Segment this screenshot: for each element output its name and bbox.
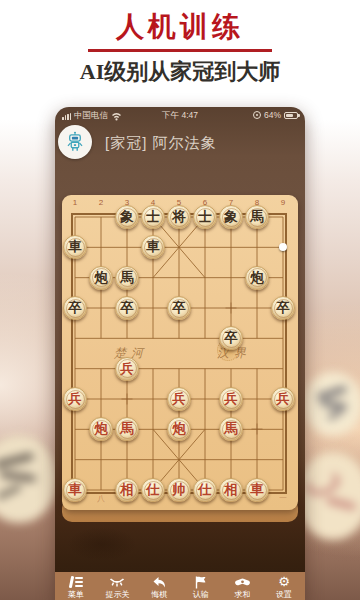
- piece-black[interactable]: 象: [219, 205, 243, 229]
- piece-red[interactable]: 帅: [167, 478, 191, 502]
- menu-icon: [69, 576, 83, 588]
- toolbar-item-resign[interactable]: 认输: [182, 575, 220, 600]
- opponent-avatar[interactable]: [58, 125, 92, 159]
- piece-red[interactable]: 仕: [141, 478, 165, 502]
- flag-icon: [194, 575, 207, 589]
- piece-red[interactable]: 相: [115, 478, 139, 502]
- robot-icon: [64, 131, 86, 153]
- bottom-toolbar: 菜单 提示关 悔棋 认输: [55, 572, 305, 600]
- piece-black[interactable]: 士: [141, 205, 165, 229]
- battery-percent-label: 64%: [264, 110, 281, 120]
- piece-red[interactable]: 兵: [219, 387, 243, 411]
- piece-black[interactable]: 炮: [89, 266, 113, 290]
- point-marker: [122, 394, 133, 405]
- opponent-name-label: [家冠] 阿尔法象: [105, 134, 217, 153]
- piece-red[interactable]: 兵: [271, 387, 295, 411]
- xiangqi-board[interactable]: 楚河 汉界 123456789九八七六五四三二一象士将士象馬車車炮馬炮卒卒卒卒卒…: [62, 195, 298, 522]
- piece-black[interactable]: 卒: [167, 296, 191, 320]
- piece-black[interactable]: 将: [167, 205, 191, 229]
- battery-icon: [284, 112, 298, 119]
- toolbar-item-settings[interactable]: ⚙ 设置: [265, 575, 303, 600]
- blurred-chess-piece: [296, 452, 360, 540]
- undo-icon: [152, 575, 167, 589]
- toolbar-item-hint-off[interactable]: 提示关: [98, 575, 136, 600]
- piece-red[interactable]: 兵: [167, 387, 191, 411]
- piece-black[interactable]: 卒: [115, 296, 139, 320]
- banner-title: 人机训练: [0, 8, 360, 46]
- point-marker: [226, 303, 237, 314]
- board-grid-lines: [62, 195, 298, 510]
- point-marker: [252, 424, 263, 435]
- board-file-numeral: 八: [93, 494, 109, 503]
- piece-red[interactable]: 車: [245, 478, 269, 502]
- piece-black[interactable]: 象: [115, 205, 139, 229]
- board-column-number: 2: [93, 198, 109, 207]
- board-column-number: 9: [275, 198, 291, 207]
- app-screen: 人机训练 AI级别从家冠到大师 中国电信 下午 4:47 64%: [0, 0, 360, 600]
- board-grid-layer: 楚河 汉界 123456789九八七六五四三二一象士将士象馬車車炮馬炮卒卒卒卒卒…: [62, 195, 298, 510]
- blurred-chess-piece: [0, 435, 58, 523]
- piece-red[interactable]: 兵: [115, 357, 139, 381]
- toolbar-item-menu[interactable]: 菜单: [57, 575, 95, 600]
- board-column-number: 1: [67, 198, 83, 207]
- eye-closed-icon: [109, 575, 125, 589]
- piece-black[interactable]: 卒: [271, 296, 295, 320]
- piece-red[interactable]: 相: [219, 478, 243, 502]
- handshake-icon: [234, 575, 251, 589]
- banner-underline: [88, 49, 272, 52]
- piece-red[interactable]: 兵: [63, 387, 87, 411]
- orientation-lock-icon: [253, 111, 261, 119]
- blurred-chess-piece: [303, 372, 360, 436]
- piece-red[interactable]: 車: [63, 478, 87, 502]
- toolbar-item-draw[interactable]: 求和: [223, 575, 261, 600]
- background-motif: [67, 527, 137, 561]
- board-file-numeral: 一: [275, 494, 291, 503]
- last-move-dot: [279, 243, 287, 251]
- piece-black[interactable]: 馬: [245, 205, 269, 229]
- status-bar: 中国电信 下午 4:47 64%: [55, 110, 305, 121]
- piece-black[interactable]: 卒: [63, 296, 87, 320]
- toolbar-item-undo[interactable]: 悔棋: [140, 575, 178, 600]
- piece-black[interactable]: 士: [193, 205, 217, 229]
- banner-subtitle: AI级别从家冠到大师: [0, 57, 360, 87]
- piece-black[interactable]: 馬: [115, 266, 139, 290]
- piece-black[interactable]: 炮: [245, 266, 269, 290]
- piece-red[interactable]: 仕: [193, 478, 217, 502]
- phone-screenshot: 中国电信 下午 4:47 64% [家冠] 阿尔法象: [55, 107, 305, 600]
- gear-icon: ⚙: [278, 575, 290, 589]
